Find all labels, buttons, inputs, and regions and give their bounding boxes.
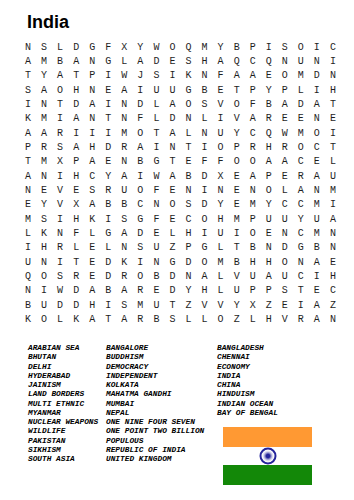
word-search-grid: NSLDGFXYWOQMYBPISOICAMBANGLADESHAQCQNUNI…: [20, 40, 341, 327]
grid-cell: L: [293, 83, 309, 97]
grid-cell: Y: [261, 198, 277, 212]
grid-cell: O: [52, 83, 68, 97]
grid-cell: A: [116, 284, 132, 298]
grid-cell: S: [164, 312, 180, 326]
grid-cell: T: [52, 97, 68, 111]
grid-cell: Y: [229, 298, 245, 312]
grid-cell: Q: [229, 54, 245, 68]
grid-cell: O: [245, 226, 261, 240]
grid-cell: T: [164, 298, 180, 312]
grid-cell: E: [325, 112, 341, 126]
grid-cell: R: [116, 269, 132, 283]
word-item: MAHATMA GANDHI: [106, 390, 204, 399]
grid-cell: L: [197, 112, 213, 126]
grid-cell: A: [309, 255, 325, 269]
grid-cell: E: [180, 155, 196, 169]
grid-cell: M: [132, 298, 148, 312]
grid-cell: A: [20, 126, 36, 140]
grid-cell: U: [309, 212, 325, 226]
word-item: MUMBAI: [106, 400, 204, 409]
grid-cell: O: [197, 212, 213, 226]
grid-cell: R: [116, 140, 132, 154]
grid-cell: N: [213, 183, 229, 197]
grid-cell: M: [245, 198, 261, 212]
grid-cell: A: [164, 169, 180, 183]
grid-cell: B: [309, 241, 325, 255]
grid-cell: N: [325, 241, 341, 255]
grid-cell: E: [68, 183, 84, 197]
grid-cell: Y: [180, 284, 196, 298]
grid-cell: H: [84, 140, 100, 154]
grid-cell: C: [309, 140, 325, 154]
grid-cell: N: [293, 255, 309, 269]
grid-cell: O: [293, 140, 309, 154]
grid-cell: I: [325, 126, 341, 140]
grid-cell: R: [100, 183, 116, 197]
grid-cell: N: [164, 140, 180, 154]
grid-cell: N: [20, 40, 36, 54]
grid-cell: A: [84, 284, 100, 298]
grid-cell: N: [116, 241, 132, 255]
grid-cell: H: [261, 255, 277, 269]
grid-cell: D: [164, 112, 180, 126]
grid-cell: N: [309, 112, 325, 126]
grid-cell: T: [100, 312, 116, 326]
grid-cell: S: [197, 97, 213, 111]
grid-cell: A: [261, 155, 277, 169]
word-item: MYANMAR: [28, 409, 98, 418]
flag-saffron-stripe: [223, 427, 312, 447]
grid-cell: T: [229, 83, 245, 97]
flag-green-stripe: [223, 465, 312, 485]
grid-cell: L: [213, 284, 229, 298]
grid-cell: R: [68, 269, 84, 283]
grid-cell: L: [245, 312, 261, 326]
word-item: ONE NINE FOUR SEVEN: [106, 418, 204, 427]
grid-cell: U: [36, 298, 52, 312]
grid-cell: T: [68, 255, 84, 269]
grid-cell: T: [20, 155, 36, 169]
grid-cell: Q: [180, 40, 196, 54]
grid-cell: A: [20, 169, 36, 183]
grid-cell: S: [180, 54, 196, 68]
grid-cell: W: [116, 69, 132, 83]
grid-cell: A: [245, 112, 261, 126]
grid-cell: A: [84, 155, 100, 169]
grid-cell: L: [180, 126, 196, 140]
grid-cell: U: [164, 83, 180, 97]
grid-cell: F: [245, 97, 261, 111]
grid-cell: F: [132, 112, 148, 126]
grid-cell: O: [213, 140, 229, 154]
grid-cell: S: [277, 284, 293, 298]
grid-cell: A: [197, 269, 213, 283]
grid-cell: Y: [36, 69, 52, 83]
grid-cell: C: [293, 226, 309, 240]
grid-cell: I: [36, 284, 52, 298]
grid-cell: K: [68, 312, 84, 326]
grid-cell: X: [52, 155, 68, 169]
grid-cell: I: [213, 112, 229, 126]
grid-cell: N: [325, 312, 341, 326]
grid-cell: C: [277, 198, 293, 212]
grid-cell: A: [84, 198, 100, 212]
grid-cell: A: [309, 298, 325, 312]
grid-cell: K: [84, 212, 100, 226]
grid-cell: U: [277, 269, 293, 283]
grid-cell: P: [261, 284, 277, 298]
grid-cell: A: [20, 54, 36, 68]
grid-cell: M: [20, 212, 36, 226]
grid-cell: I: [100, 212, 116, 226]
grid-cell: S: [36, 40, 52, 54]
grid-cell: M: [197, 40, 213, 54]
grid-cell: N: [277, 54, 293, 68]
grid-cell: E: [100, 155, 116, 169]
grid-cell: A: [293, 183, 309, 197]
word-item: INDIA: [217, 372, 278, 381]
grid-cell: L: [164, 226, 180, 240]
word-item: UNITED KINGDOM: [106, 455, 204, 464]
word-list-column-1: ARABIAN SEABHUTANDELHIHYDERABADJAINISMLA…: [28, 344, 98, 464]
grid-cell: E: [309, 155, 325, 169]
grid-cell: I: [132, 169, 148, 183]
grid-cell: S: [148, 69, 164, 83]
grid-cell: A: [245, 169, 261, 183]
grid-cell: Q: [20, 269, 36, 283]
grid-cell: F: [213, 155, 229, 169]
grid-cell: I: [197, 183, 213, 197]
grid-cell: P: [229, 140, 245, 154]
grid-cell: I: [325, 54, 341, 68]
grid-cell: U: [229, 284, 245, 298]
grid-cell: W: [148, 40, 164, 54]
word-item: HYDERABAD: [28, 372, 98, 381]
grid-cell: L: [213, 269, 229, 283]
grid-cell: B: [180, 169, 196, 183]
word-item: NUCLEAR WEAPONS: [28, 418, 98, 427]
grid-cell: E: [164, 183, 180, 197]
grid-cell: A: [68, 112, 84, 126]
grid-cell: V: [277, 312, 293, 326]
grid-cell: P: [20, 140, 36, 154]
grid-cell: W: [148, 169, 164, 183]
grid-cell: U: [148, 83, 164, 97]
grid-cell: D: [68, 284, 84, 298]
grid-cell: A: [164, 126, 180, 140]
grid-cell: E: [84, 241, 100, 255]
grid-cell: I: [20, 241, 36, 255]
grid-cell: K: [20, 112, 36, 126]
grid-cell: H: [180, 226, 196, 240]
grid-cell: C: [325, 40, 341, 54]
grid-cell: Y: [100, 169, 116, 183]
grid-cell: M: [229, 212, 245, 226]
grid-cell: A: [309, 312, 325, 326]
grid-cell: I: [229, 226, 245, 240]
word-item: ONE POINT TWO BILLION: [106, 427, 204, 436]
grid-cell: A: [213, 54, 229, 68]
grid-cell: O: [245, 155, 261, 169]
grid-cell: A: [116, 312, 132, 326]
grid-cell: O: [197, 255, 213, 269]
grid-cell: N: [325, 69, 341, 83]
grid-cell: D: [100, 255, 116, 269]
grid-cell: T: [20, 69, 36, 83]
grid-cell: E: [164, 54, 180, 68]
grid-cell: G: [100, 54, 116, 68]
grid-cell: R: [261, 112, 277, 126]
grid-cell: A: [261, 269, 277, 283]
grid-cell: Y: [261, 83, 277, 97]
grid-cell: V: [213, 97, 229, 111]
grid-cell: A: [325, 212, 341, 226]
grid-cell: R: [132, 312, 148, 326]
grid-cell: R: [293, 169, 309, 183]
grid-cell: U: [148, 298, 164, 312]
grid-cell: L: [100, 241, 116, 255]
grid-cell: T: [100, 112, 116, 126]
grid-cell: P: [68, 155, 84, 169]
grid-cell: E: [84, 255, 100, 269]
grid-cell: R: [52, 126, 68, 140]
grid-cell: B: [116, 198, 132, 212]
grid-cell: X: [213, 169, 229, 183]
grid-cell: O: [132, 183, 148, 197]
grid-cell: T: [325, 97, 341, 111]
grid-cell: U: [116, 183, 132, 197]
grid-cell: O: [229, 97, 245, 111]
grid-cell: V: [229, 112, 245, 126]
grid-cell: E: [148, 284, 164, 298]
grid-cell: G: [84, 40, 100, 54]
grid-cell: W: [52, 284, 68, 298]
grid-cell: A: [116, 169, 132, 183]
grid-cell: H: [261, 312, 277, 326]
grid-cell: N: [261, 241, 277, 255]
grid-cell: M: [293, 69, 309, 83]
grid-cell: O: [36, 312, 52, 326]
word-item: INDIAN OCEAN: [217, 400, 278, 409]
grid-cell: U: [245, 269, 261, 283]
grid-cell: C: [132, 198, 148, 212]
grid-cell: K: [116, 255, 132, 269]
grid-cell: C: [245, 126, 261, 140]
word-item: REPUBLIC OF INDIA: [106, 446, 204, 455]
grid-cell: O: [132, 269, 148, 283]
grid-cell: L: [52, 40, 68, 54]
grid-cell: I: [52, 255, 68, 269]
grid-cell: D: [180, 255, 196, 269]
grid-cell: M: [325, 183, 341, 197]
grid-cell: E: [229, 183, 245, 197]
grid-cell: B: [132, 155, 148, 169]
grid-cell: Y: [132, 40, 148, 54]
grid-cell: M: [116, 126, 132, 140]
grid-cell: N: [180, 269, 196, 283]
grid-cell: R: [245, 140, 261, 154]
word-item: BANGLADESH: [217, 344, 278, 353]
grid-cell: I: [164, 69, 180, 83]
word-item: SIKHISM: [28, 446, 98, 455]
grid-cell: S: [132, 241, 148, 255]
grid-cell: I: [309, 269, 325, 283]
grid-cell: Q: [261, 126, 277, 140]
grid-cell: E: [309, 284, 325, 298]
grid-cell: O: [277, 69, 293, 83]
grid-cell: E: [84, 269, 100, 283]
grid-cell: V: [197, 298, 213, 312]
grid-cell: O: [293, 40, 309, 54]
grid-cell: G: [197, 241, 213, 255]
grid-cell: U: [148, 241, 164, 255]
word-item: BUDDHISM: [106, 353, 204, 362]
grid-cell: L: [213, 241, 229, 255]
word-item: BAY OF BENGAL: [217, 409, 278, 418]
word-list-column-2: BANGALOREBUDDHISMDEMOCRACYINDEPENDENTKOL…: [106, 344, 204, 464]
word-item: POPULOUS: [106, 437, 204, 446]
grid-cell: T: [229, 241, 245, 255]
grid-cell: Y: [213, 40, 229, 54]
grid-cell: I: [197, 140, 213, 154]
grid-cell: B: [52, 54, 68, 68]
grid-cell: M: [36, 155, 52, 169]
word-item: BHUTAN: [28, 353, 98, 362]
word-item: INDEPENDENT: [106, 372, 204, 381]
grid-cell: P: [245, 212, 261, 226]
grid-cell: D: [148, 54, 164, 68]
grid-cell: T: [325, 140, 341, 154]
word-item: DELHI: [28, 363, 98, 372]
grid-cell: X: [245, 298, 261, 312]
word-item: LAND BORDERS: [28, 390, 98, 399]
grid-cell: A: [36, 83, 52, 97]
grid-cell: C: [84, 169, 100, 183]
word-item: DEMOCRACY: [106, 363, 204, 372]
grid-cell: B: [229, 255, 245, 269]
grid-cell: K: [20, 312, 36, 326]
grid-cell: A: [309, 169, 325, 183]
word-item: BANGALORE: [106, 344, 204, 353]
grid-cell: N: [84, 54, 100, 68]
grid-cell: E: [148, 226, 164, 240]
word-item: CHINA: [217, 381, 278, 390]
grid-cell: Z: [180, 298, 196, 312]
grid-cell: E: [277, 112, 293, 126]
grid-cell: F: [197, 155, 213, 169]
grid-cell: F: [100, 40, 116, 54]
grid-cell: D: [68, 40, 84, 54]
grid-cell: B: [148, 269, 164, 283]
grid-cell: I: [100, 126, 116, 140]
grid-cell: M: [293, 126, 309, 140]
word-item: SOUTH ASIA: [28, 455, 98, 464]
grid-cell: C: [245, 54, 261, 68]
grid-cell: N: [84, 112, 100, 126]
grid-cell: F: [148, 183, 164, 197]
grid-cell: I: [100, 97, 116, 111]
grid-cell: N: [245, 183, 261, 197]
grid-cell: N: [36, 97, 52, 111]
grid-cell: B: [197, 83, 213, 97]
grid-cell: G: [100, 226, 116, 240]
grid-cell: F: [213, 69, 229, 83]
grid-cell: A: [132, 140, 148, 154]
grid-cell: O: [180, 97, 196, 111]
word-list-column-3: BANGLADESHCHENNAIECONOMYINDIACHINAHINDUI…: [217, 344, 278, 418]
grid-cell: V: [52, 183, 68, 197]
grid-cell: S: [52, 140, 68, 154]
grid-cell: S: [116, 298, 132, 312]
grid-cell: N: [20, 183, 36, 197]
grid-cell: O: [164, 198, 180, 212]
grid-cell: M: [36, 112, 52, 126]
word-item: ARABIAN SEA: [28, 344, 98, 353]
grid-cell: H: [68, 212, 84, 226]
grid-cell: Y: [36, 198, 52, 212]
grid-cell: A: [84, 312, 100, 326]
grid-cell: I: [309, 83, 325, 97]
grid-cell: C: [325, 284, 341, 298]
grid-cell: Z: [229, 312, 245, 326]
grid-cell: C: [180, 212, 196, 226]
grid-cell: M: [309, 198, 325, 212]
grid-cell: U: [325, 169, 341, 183]
grid-cell: E: [213, 83, 229, 97]
grid-cell: I: [100, 69, 116, 83]
grid-cell: I: [52, 212, 68, 226]
grid-cell: O: [261, 183, 277, 197]
grid-cell: O: [132, 126, 148, 140]
grid-cell: V: [52, 198, 68, 212]
grid-cell: N: [148, 198, 164, 212]
grid-cell: E: [293, 112, 309, 126]
grid-cell: E: [277, 169, 293, 183]
grid-cell: A: [36, 126, 52, 140]
grid-cell: R: [132, 284, 148, 298]
grid-cell: A: [245, 69, 261, 83]
grid-cell: H: [213, 212, 229, 226]
grid-cell: B: [20, 298, 36, 312]
grid-cell: S: [116, 212, 132, 226]
grid-cell: N: [180, 183, 196, 197]
grid-cell: J: [132, 69, 148, 83]
grid-cell: A: [277, 155, 293, 169]
grid-cell: P: [245, 40, 261, 54]
grid-cell: N: [52, 226, 68, 240]
grid-cell: U: [213, 226, 229, 240]
grid-cell: A: [116, 226, 132, 240]
grid-cell: I: [309, 40, 325, 54]
grid-cell: S: [52, 269, 68, 283]
grid-cell: A: [229, 69, 245, 83]
grid-cell: A: [52, 69, 68, 83]
grid-cell: N: [277, 226, 293, 240]
grid-cell: V: [213, 298, 229, 312]
grid-cell: X: [68, 198, 84, 212]
grid-cell: B: [245, 241, 261, 255]
grid-cell: L: [20, 226, 36, 240]
grid-cell: D: [293, 97, 309, 111]
grid-cell: L: [68, 241, 84, 255]
grid-cell: H: [68, 169, 84, 183]
ashoka-chakra-icon: [259, 448, 276, 465]
grid-cell: D: [164, 284, 180, 298]
grid-cell: I: [132, 255, 148, 269]
grid-cell: D: [164, 269, 180, 283]
grid-cell: D: [277, 241, 293, 255]
grid-cell: Y: [213, 198, 229, 212]
